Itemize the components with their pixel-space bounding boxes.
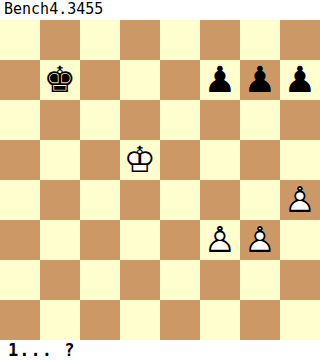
square-a1[interactable] bbox=[0, 300, 40, 340]
square-b6[interactable] bbox=[40, 100, 80, 140]
square-f5[interactable] bbox=[200, 140, 240, 180]
square-a7[interactable] bbox=[0, 60, 40, 100]
square-c8[interactable] bbox=[80, 20, 120, 60]
square-f3[interactable]: ♟♙ bbox=[200, 220, 240, 260]
square-a8[interactable] bbox=[0, 20, 40, 60]
square-a3[interactable] bbox=[0, 220, 40, 260]
white-pawn-outline: ♙ bbox=[200, 220, 240, 260]
square-a2[interactable] bbox=[0, 260, 40, 300]
square-d3[interactable] bbox=[120, 220, 160, 260]
square-e4[interactable] bbox=[160, 180, 200, 220]
square-h3[interactable] bbox=[280, 220, 320, 260]
white-king-outline: ♔ bbox=[120, 140, 160, 180]
square-g6[interactable] bbox=[240, 100, 280, 140]
square-g3[interactable]: ♟♙ bbox=[240, 220, 280, 260]
square-a6[interactable] bbox=[0, 100, 40, 140]
square-f8[interactable] bbox=[200, 20, 240, 60]
black-king-b7[interactable]: ♚ bbox=[40, 60, 80, 100]
square-c4[interactable] bbox=[80, 180, 120, 220]
white-pawn-h4[interactable]: ♟♙ bbox=[280, 180, 320, 220]
white-king-d5[interactable]: ♚♔ bbox=[120, 140, 160, 180]
square-a5[interactable] bbox=[0, 140, 40, 180]
square-f4[interactable] bbox=[200, 180, 240, 220]
square-f7[interactable]: ♟ bbox=[200, 60, 240, 100]
square-h1[interactable] bbox=[280, 300, 320, 340]
square-b5[interactable] bbox=[40, 140, 80, 180]
square-d2[interactable] bbox=[120, 260, 160, 300]
square-d7[interactable] bbox=[120, 60, 160, 100]
square-c7[interactable] bbox=[80, 60, 120, 100]
chess-board: ♚♟♟♟♚♔♟♙♟♙♟♙ bbox=[0, 20, 320, 340]
square-b2[interactable] bbox=[40, 260, 80, 300]
square-g1[interactable] bbox=[240, 300, 280, 340]
square-h2[interactable] bbox=[280, 260, 320, 300]
square-c3[interactable] bbox=[80, 220, 120, 260]
square-b7[interactable]: ♚ bbox=[40, 60, 80, 100]
square-e2[interactable] bbox=[160, 260, 200, 300]
white-pawn-outline: ♙ bbox=[280, 180, 320, 220]
square-h8[interactable] bbox=[280, 20, 320, 60]
square-b4[interactable] bbox=[40, 180, 80, 220]
square-d1[interactable] bbox=[120, 300, 160, 340]
square-h5[interactable] bbox=[280, 140, 320, 180]
diagram-title: Bench4.3455 bbox=[0, 0, 320, 20]
square-e5[interactable] bbox=[160, 140, 200, 180]
square-f6[interactable] bbox=[200, 100, 240, 140]
black-pawn-f7[interactable]: ♟ bbox=[200, 60, 240, 100]
square-e8[interactable] bbox=[160, 20, 200, 60]
square-h6[interactable] bbox=[280, 100, 320, 140]
square-g5[interactable] bbox=[240, 140, 280, 180]
square-a4[interactable] bbox=[0, 180, 40, 220]
square-g4[interactable] bbox=[240, 180, 280, 220]
black-pawn-h7[interactable]: ♟ bbox=[280, 60, 320, 100]
square-e1[interactable] bbox=[160, 300, 200, 340]
square-e3[interactable] bbox=[160, 220, 200, 260]
square-h7[interactable]: ♟ bbox=[280, 60, 320, 100]
square-d4[interactable] bbox=[120, 180, 160, 220]
move-prompt: 1... ? bbox=[0, 340, 320, 360]
square-b3[interactable] bbox=[40, 220, 80, 260]
square-g2[interactable] bbox=[240, 260, 280, 300]
white-pawn-outline: ♙ bbox=[240, 220, 280, 260]
white-pawn-f3[interactable]: ♟♙ bbox=[200, 220, 240, 260]
square-e6[interactable] bbox=[160, 100, 200, 140]
square-b8[interactable] bbox=[40, 20, 80, 60]
square-f2[interactable] bbox=[200, 260, 240, 300]
square-c5[interactable] bbox=[80, 140, 120, 180]
square-d8[interactable] bbox=[120, 20, 160, 60]
square-d5[interactable]: ♚♔ bbox=[120, 140, 160, 180]
square-g8[interactable] bbox=[240, 20, 280, 60]
square-c1[interactable] bbox=[80, 300, 120, 340]
square-c6[interactable] bbox=[80, 100, 120, 140]
square-d6[interactable] bbox=[120, 100, 160, 140]
square-c2[interactable] bbox=[80, 260, 120, 300]
square-h4[interactable]: ♟♙ bbox=[280, 180, 320, 220]
square-b1[interactable] bbox=[40, 300, 80, 340]
square-f1[interactable] bbox=[200, 300, 240, 340]
square-e7[interactable] bbox=[160, 60, 200, 100]
square-g7[interactable]: ♟ bbox=[240, 60, 280, 100]
black-pawn-g7[interactable]: ♟ bbox=[240, 60, 280, 100]
white-pawn-g3[interactable]: ♟♙ bbox=[240, 220, 280, 260]
